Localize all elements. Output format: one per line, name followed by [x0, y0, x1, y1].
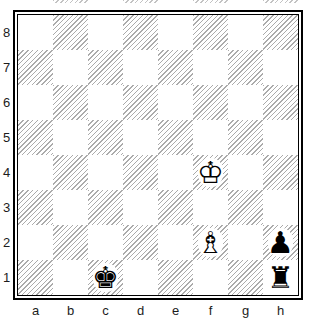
square-f7[interactable]	[193, 50, 228, 85]
square-d3[interactable]	[123, 190, 158, 225]
rank-label-3: 3	[0, 190, 13, 225]
square-h7[interactable]	[263, 50, 298, 85]
square-g2[interactable]	[228, 225, 263, 260]
black-pawn-icon: ♟	[267, 225, 294, 260]
file-label-c: c	[88, 300, 123, 320]
rank-label-8: 8	[0, 15, 13, 50]
hatch-remnant-f	[193, 0, 228, 3]
square-d4[interactable]	[123, 155, 158, 190]
hatch-remnant-h	[263, 0, 298, 3]
square-h3[interactable]	[263, 190, 298, 225]
square-g3[interactable]	[228, 190, 263, 225]
square-a4[interactable]	[18, 155, 53, 190]
square-b6[interactable]	[53, 85, 88, 120]
file-label-b: b	[53, 300, 88, 320]
square-c6[interactable]	[88, 85, 123, 120]
square-g8[interactable]	[228, 15, 263, 50]
square-e2[interactable]	[158, 225, 193, 260]
rank-label-2: 2	[0, 225, 13, 260]
square-f8[interactable]	[193, 15, 228, 50]
square-d6[interactable]	[123, 85, 158, 120]
square-h2[interactable]: ♟	[263, 225, 298, 260]
square-c2[interactable]	[88, 225, 123, 260]
board-squares: ♔♗♟♚♜	[18, 15, 298, 295]
square-f6[interactable]	[193, 85, 228, 120]
square-a6[interactable]	[18, 85, 53, 120]
square-e8[interactable]	[158, 15, 193, 50]
square-b5[interactable]	[53, 120, 88, 155]
square-f2[interactable]: ♗	[193, 225, 228, 260]
square-a3[interactable]	[18, 190, 53, 225]
square-b7[interactable]	[53, 50, 88, 85]
square-h5[interactable]	[263, 120, 298, 155]
square-f5[interactable]	[193, 120, 228, 155]
piece-black-king-c1[interactable]: ♚	[88, 260, 123, 295]
square-d1[interactable]	[123, 260, 158, 295]
rank-label-5: 5	[0, 120, 13, 155]
square-f4[interactable]: ♔	[193, 155, 228, 190]
rank-label-6: 6	[0, 85, 13, 120]
file-labels: abcdefgh	[18, 300, 303, 320]
square-b8[interactable]	[53, 15, 88, 50]
chess-diagram: 87654321 ♔♗♟♚♜ abcdefgh	[0, 10, 303, 320]
rank-label-1: 1	[0, 260, 13, 295]
square-b2[interactable]	[53, 225, 88, 260]
square-h4[interactable]	[263, 155, 298, 190]
square-c5[interactable]	[88, 120, 123, 155]
square-e5[interactable]	[158, 120, 193, 155]
square-a1[interactable]	[18, 260, 53, 295]
white-bishop-icon: ♗	[197, 225, 224, 260]
piece-black-pawn-h2[interactable]: ♟	[263, 225, 298, 260]
file-label-f: f	[193, 300, 228, 320]
square-a5[interactable]	[18, 120, 53, 155]
black-rook-icon: ♜	[267, 260, 294, 295]
square-a8[interactable]	[18, 15, 53, 50]
square-c3[interactable]	[88, 190, 123, 225]
hatch-remnant-b	[53, 0, 88, 3]
square-h8[interactable]	[263, 15, 298, 50]
white-king-icon: ♔	[197, 155, 224, 190]
file-label-d: d	[123, 300, 158, 320]
square-c4[interactable]	[88, 155, 123, 190]
square-c8[interactable]	[88, 15, 123, 50]
square-g4[interactable]	[228, 155, 263, 190]
square-g7[interactable]	[228, 50, 263, 85]
square-e1[interactable]	[158, 260, 193, 295]
square-h1[interactable]: ♜	[263, 260, 298, 295]
file-label-e: e	[158, 300, 193, 320]
square-b4[interactable]	[53, 155, 88, 190]
board-inner-border: ♔♗♟♚♜	[17, 14, 299, 296]
square-e4[interactable]	[158, 155, 193, 190]
square-f3[interactable]	[193, 190, 228, 225]
black-king-icon: ♚	[92, 260, 119, 295]
rank-label-4: 4	[0, 155, 13, 190]
square-b1[interactable]	[53, 260, 88, 295]
square-g6[interactable]	[228, 85, 263, 120]
file-label-g: g	[228, 300, 263, 320]
piece-white-king-f4[interactable]: ♔	[193, 155, 228, 190]
square-g5[interactable]	[228, 120, 263, 155]
cropped-hatch-strip	[0, 0, 314, 3]
square-e7[interactable]	[158, 50, 193, 85]
square-c7[interactable]	[88, 50, 123, 85]
square-d5[interactable]	[123, 120, 158, 155]
hatch-remnant-d	[123, 0, 158, 3]
piece-black-rook-h1[interactable]: ♜	[263, 260, 298, 295]
square-d7[interactable]	[123, 50, 158, 85]
square-a7[interactable]	[18, 50, 53, 85]
rank-labels: 87654321	[0, 10, 13, 295]
file-label-h: h	[263, 300, 298, 320]
square-d8[interactable]	[123, 15, 158, 50]
file-label-a: a	[18, 300, 53, 320]
square-a2[interactable]	[18, 225, 53, 260]
square-e6[interactable]	[158, 85, 193, 120]
square-b3[interactable]	[53, 190, 88, 225]
square-e3[interactable]	[158, 190, 193, 225]
square-d2[interactable]	[123, 225, 158, 260]
square-h6[interactable]	[263, 85, 298, 120]
square-f1[interactable]	[193, 260, 228, 295]
square-g1[interactable]	[228, 260, 263, 295]
chess-diagram-page: 87654321 ♔♗♟♚♜ abcdefgh	[0, 0, 314, 320]
rank-label-7: 7	[0, 50, 13, 85]
board-border: ♔♗♟♚♜	[13, 10, 303, 300]
square-c1[interactable]: ♚	[88, 260, 123, 295]
piece-white-bishop-f2[interactable]: ♗	[193, 225, 228, 260]
